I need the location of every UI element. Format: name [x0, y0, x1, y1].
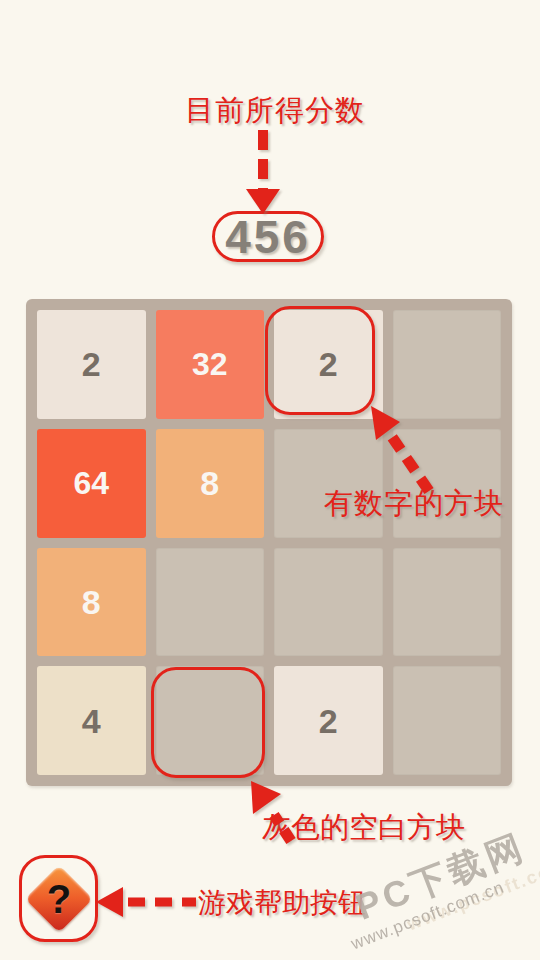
- empty-cell: [393, 666, 502, 775]
- empty-tile-annotation-label: 灰色的空白方块: [262, 813, 465, 842]
- tile-2: 2: [274, 666, 383, 775]
- tile-8: 8: [156, 429, 265, 538]
- tile-64: 64: [37, 429, 146, 538]
- empty-cell: [393, 548, 502, 657]
- empty-cell: [274, 548, 383, 657]
- empty-cell: [393, 310, 502, 419]
- tile-4: 4: [37, 666, 146, 775]
- question-mark-icon: ?: [26, 863, 92, 935]
- watermark-faint-text: www.pcsoft.com.cn: [404, 843, 540, 935]
- help-button[interactable]: ?: [26, 863, 92, 935]
- score-value: 456: [225, 214, 311, 260]
- help-button-annotation-label: 游戏帮助按钮: [198, 889, 366, 917]
- empty-cell: [156, 666, 265, 775]
- watermark-site-url: www.pcsoft.com.cn: [348, 877, 507, 954]
- score-highlight-ring: 456: [212, 211, 324, 262]
- help-button-arrow: [96, 887, 196, 917]
- empty-cell: [393, 429, 502, 538]
- tile-8: 8: [37, 548, 146, 657]
- score-annotation-label: 目前所得分数: [185, 96, 365, 125]
- game-board[interactable]: 2322648842: [26, 299, 512, 786]
- tile-2: 2: [37, 310, 146, 419]
- game-screen: 目前所得分数 456 2322648842 有数字的方块 灰色的空白方块 ? 游…: [0, 0, 540, 960]
- score-arrow: [246, 130, 280, 214]
- empty-cell: [156, 548, 265, 657]
- numbered-tile-annotation-label: 有数字的方块: [324, 489, 504, 518]
- tile-2: 2: [274, 310, 383, 419]
- empty-cell: [274, 429, 383, 538]
- tile-32: 32: [156, 310, 265, 419]
